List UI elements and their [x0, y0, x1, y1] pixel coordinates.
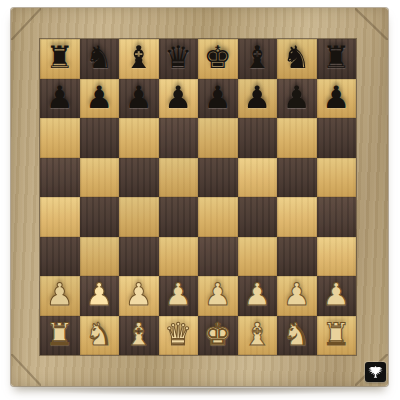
white-pawn: ♟: [322, 279, 350, 310]
board-frame: ♜♞♝♛♚♝♞♜♟♟♟♟♟♟♟♟♟♟♟♟♟♟♟♟♜♞♝♛♚♝♞♜: [11, 8, 388, 386]
square-b7: ♟: [80, 79, 120, 119]
white-pawn: ♟: [204, 279, 232, 310]
white-king: ♚: [204, 319, 232, 350]
black-knight: ♞: [283, 42, 311, 73]
white-pawn: ♟: [85, 279, 113, 310]
square-d5: [159, 158, 199, 198]
white-pawn: ♟: [283, 279, 311, 310]
square-b3: [80, 237, 120, 277]
square-f7: ♟: [238, 79, 278, 119]
square-f6: [238, 118, 278, 158]
chess-set-photo: ♜♞♝♛♚♝♞♜♟♟♟♟♟♟♟♟♟♟♟♟♟♟♟♟♜♞♝♛♚♝♞♜: [0, 0, 400, 400]
square-d3: [159, 237, 199, 277]
black-pawn: ♟: [125, 82, 153, 113]
square-f3: [238, 237, 278, 277]
white-bishop: ♝: [243, 319, 271, 350]
black-pawn: ♟: [283, 82, 311, 113]
black-king: ♚: [204, 42, 232, 73]
square-c7: ♟: [119, 79, 159, 119]
white-pawn: ♟: [46, 279, 74, 310]
square-a4: [40, 197, 80, 237]
white-rook: ♜: [322, 319, 350, 350]
square-d6: [159, 118, 199, 158]
square-h6: [317, 118, 357, 158]
frame-miter-top-right: [355, 8, 388, 40]
square-b2: ♟: [80, 276, 120, 316]
black-pawn: ♟: [46, 82, 74, 113]
square-g2: ♟: [277, 276, 317, 316]
frame-miter-top-left: [11, 8, 41, 40]
square-e4: [198, 197, 238, 237]
square-d7: ♟: [159, 79, 199, 119]
square-c4: [119, 197, 159, 237]
white-queen: ♛: [164, 319, 192, 350]
eagle-icon: [367, 364, 384, 380]
square-g8: ♞: [277, 39, 317, 79]
square-g7: ♟: [277, 79, 317, 119]
drop-shadow: [18, 388, 384, 396]
square-e1: ♚: [198, 316, 238, 356]
square-e5: [198, 158, 238, 198]
white-pawn: ♟: [164, 279, 192, 310]
square-a6: [40, 118, 80, 158]
square-f5: [238, 158, 278, 198]
black-pawn: ♟: [164, 82, 192, 113]
square-a5: [40, 158, 80, 198]
square-a2: ♟: [40, 276, 80, 316]
square-e7: ♟: [198, 79, 238, 119]
square-a8: ♜: [40, 39, 80, 79]
white-pawn: ♟: [125, 279, 153, 310]
black-rook: ♜: [46, 42, 74, 73]
square-c1: ♝: [119, 316, 159, 356]
square-f8: ♝: [238, 39, 278, 79]
square-d8: ♛: [159, 39, 199, 79]
square-g5: [277, 158, 317, 198]
black-rook: ♜: [322, 42, 350, 73]
square-g6: [277, 118, 317, 158]
black-queen: ♛: [164, 42, 192, 73]
square-b5: [80, 158, 120, 198]
white-knight: ♞: [283, 319, 311, 350]
square-c8: ♝: [119, 39, 159, 79]
square-h4: [317, 197, 357, 237]
square-h1: ♜: [317, 316, 357, 356]
square-a1: ♜: [40, 316, 80, 356]
chess-board: ♜♞♝♛♚♝♞♜♟♟♟♟♟♟♟♟♟♟♟♟♟♟♟♟♜♞♝♛♚♝♞♜: [40, 39, 356, 355]
white-rook: ♜: [46, 319, 74, 350]
square-f1: ♝: [238, 316, 278, 356]
square-h5: [317, 158, 357, 198]
square-h7: ♟: [317, 79, 357, 119]
square-g3: [277, 237, 317, 277]
square-f2: ♟: [238, 276, 278, 316]
black-knight: ♞: [85, 42, 113, 73]
square-a7: ♟: [40, 79, 80, 119]
square-b6: [80, 118, 120, 158]
square-a3: [40, 237, 80, 277]
black-pawn: ♟: [243, 82, 271, 113]
white-bishop: ♝: [125, 319, 153, 350]
black-bishop: ♝: [125, 42, 153, 73]
brand-logo: [365, 362, 386, 382]
square-h3: [317, 237, 357, 277]
frame-miter-bottom-left: [11, 354, 41, 386]
square-e3: [198, 237, 238, 277]
black-pawn: ♟: [85, 82, 113, 113]
black-pawn: ♟: [204, 82, 232, 113]
square-b1: ♞: [80, 316, 120, 356]
square-d2: ♟: [159, 276, 199, 316]
square-g4: [277, 197, 317, 237]
square-c5: [119, 158, 159, 198]
black-pawn: ♟: [322, 82, 350, 113]
square-c3: [119, 237, 159, 277]
square-c2: ♟: [119, 276, 159, 316]
square-d4: [159, 197, 199, 237]
square-c6: [119, 118, 159, 158]
square-f4: [238, 197, 278, 237]
square-h8: ♜: [317, 39, 357, 79]
square-h2: ♟: [317, 276, 357, 316]
white-knight: ♞: [85, 319, 113, 350]
black-bishop: ♝: [243, 42, 271, 73]
square-b4: [80, 197, 120, 237]
square-e2: ♟: [198, 276, 238, 316]
white-pawn: ♟: [243, 279, 271, 310]
square-e6: [198, 118, 238, 158]
square-d1: ♛: [159, 316, 199, 356]
square-g1: ♞: [277, 316, 317, 356]
square-e8: ♚: [198, 39, 238, 79]
square-b8: ♞: [80, 39, 120, 79]
